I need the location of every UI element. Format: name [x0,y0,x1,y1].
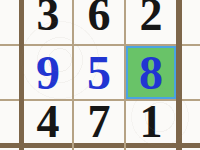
cell-r2c2[interactable]: 5 [74,46,124,99]
cell-r2c1[interactable]: 9 [24,46,72,99]
partial-cell-row-bottom [0,148,200,150]
cell-r1c3[interactable]: 2 [126,0,176,44]
partial-cell-column-right [182,0,200,150]
partial-cell-column-left [0,0,19,150]
cell-r3c1[interactable]: 4 [24,101,72,143]
cell-r1c2[interactable]: 6 [74,0,124,44]
cell-r2c3-selected[interactable]: 8 [126,46,176,99]
cell-r3c3[interactable]: 1 [126,101,176,143]
box-border-right [176,0,182,150]
cell-r1c1[interactable]: 3 [24,0,72,44]
sudoku-board: 3 6 2 9 5 8 4 7 1 [0,0,200,150]
cell-r3c2[interactable]: 7 [74,101,124,143]
